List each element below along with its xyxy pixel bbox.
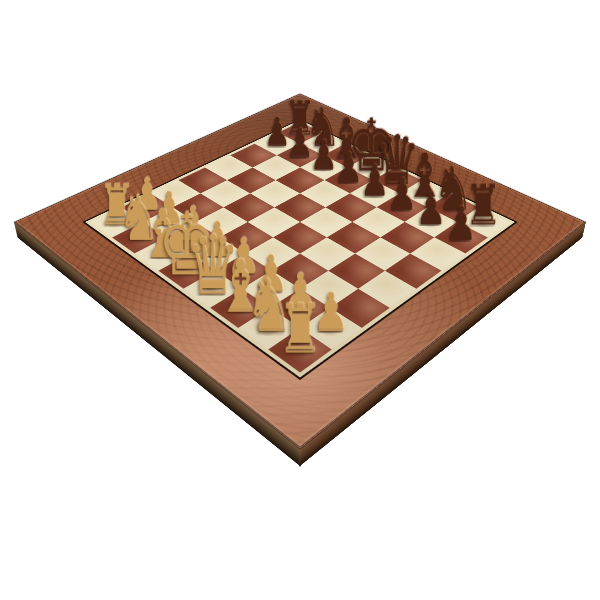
chess-board: ♜♞♝♚♛♝♞♜♟♟♟♟♟♟♟♟♟♟♟♟♟♟♟♟♜♞♝♚♛♝♞♜: [14, 94, 585, 449]
scene: ♜♞♝♚♛♝♞♜♟♟♟♟♟♟♟♟♟♟♟♟♟♟♟♟♜♞♝♚♛♝♞♜: [0, 0, 600, 600]
chess-set-photo: ♜♞♝♚♛♝♞♜♟♟♟♟♟♟♟♟♟♟♟♟♟♟♟♟♜♞♝♚♛♝♞♜: [0, 0, 600, 600]
square-a1: ♜: [268, 328, 332, 372]
